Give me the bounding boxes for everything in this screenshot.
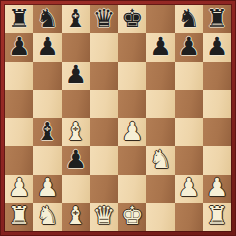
square-b5[interactable] [33,90,61,118]
square-b2[interactable]: ♟ [33,175,61,203]
chess-board-grid: ♜♞♝♛♚♞♜♟♟♟♟♟♟♝♝♟♟♞♟♟♟♟♜♞♝♛♚♜ [5,5,231,231]
white-bishop-c1[interactable]: ♝ [64,203,86,228]
square-e7[interactable] [118,33,146,61]
black-knight-g8[interactable]: ♞ [177,6,199,31]
white-pawn-b2[interactable]: ♟ [36,175,58,200]
square-a6[interactable] [5,62,33,90]
square-f3[interactable]: ♞ [146,146,174,174]
square-b3[interactable] [33,146,61,174]
square-a1[interactable]: ♜ [5,203,33,231]
square-g8[interactable]: ♞ [175,5,203,33]
square-d5[interactable] [90,90,118,118]
square-a7[interactable]: ♟ [5,33,33,61]
white-bishop-c4[interactable]: ♝ [64,119,86,144]
black-pawn-b7[interactable]: ♟ [36,34,58,59]
black-pawn-a7[interactable]: ♟ [8,34,30,59]
square-c5[interactable] [62,90,90,118]
black-pawn-g7[interactable]: ♟ [177,34,199,59]
square-g1[interactable] [175,203,203,231]
square-c8[interactable]: ♝ [62,5,90,33]
square-c7[interactable] [62,33,90,61]
square-d6[interactable] [90,62,118,90]
square-g2[interactable]: ♟ [175,175,203,203]
black-pawn-c3[interactable]: ♟ [64,147,86,172]
square-c3[interactable]: ♟ [62,146,90,174]
black-pawn-h7[interactable]: ♟ [206,34,228,59]
square-h3[interactable] [203,146,231,174]
square-a4[interactable] [5,118,33,146]
square-e2[interactable] [118,175,146,203]
square-d8[interactable]: ♛ [90,5,118,33]
square-c4[interactable]: ♝ [62,118,90,146]
square-g3[interactable] [175,146,203,174]
square-d3[interactable] [90,146,118,174]
square-g7[interactable]: ♟ [175,33,203,61]
square-h8[interactable]: ♜ [203,5,231,33]
white-pawn-h2[interactable]: ♟ [206,175,228,200]
chess-board-frame: ♜♞♝♛♚♞♜♟♟♟♟♟♟♝♝♟♟♞♟♟♟♟♜♞♝♛♚♜ [0,0,236,236]
white-queen-d1[interactable]: ♛ [93,203,115,228]
square-g5[interactable] [175,90,203,118]
square-f5[interactable] [146,90,174,118]
white-pawn-g2[interactable]: ♟ [177,175,199,200]
black-pawn-c6[interactable]: ♟ [64,62,86,87]
white-pawn-a2[interactable]: ♟ [8,175,30,200]
square-d4[interactable] [90,118,118,146]
square-a8[interactable]: ♜ [5,5,33,33]
square-d2[interactable] [90,175,118,203]
white-knight-f3[interactable]: ♞ [149,147,171,172]
square-f2[interactable] [146,175,174,203]
square-h2[interactable]: ♟ [203,175,231,203]
black-rook-h8[interactable]: ♜ [206,6,228,31]
square-f8[interactable] [146,5,174,33]
square-e8[interactable]: ♚ [118,5,146,33]
black-king-e8[interactable]: ♚ [121,6,143,31]
square-h1[interactable]: ♜ [203,203,231,231]
black-knight-b8[interactable]: ♞ [36,6,58,31]
square-g6[interactable] [175,62,203,90]
square-h5[interactable] [203,90,231,118]
square-b1[interactable]: ♞ [33,203,61,231]
square-e3[interactable] [118,146,146,174]
square-b4[interactable]: ♝ [33,118,61,146]
square-c1[interactable]: ♝ [62,203,90,231]
square-h7[interactable]: ♟ [203,33,231,61]
square-h4[interactable] [203,118,231,146]
square-f1[interactable] [146,203,174,231]
black-bishop-c8[interactable]: ♝ [64,6,86,31]
square-d1[interactable]: ♛ [90,203,118,231]
white-pawn-e4[interactable]: ♟ [121,119,143,144]
square-b7[interactable]: ♟ [33,33,61,61]
square-a5[interactable] [5,90,33,118]
square-f7[interactable]: ♟ [146,33,174,61]
square-d7[interactable] [90,33,118,61]
square-b8[interactable]: ♞ [33,5,61,33]
black-pawn-f7[interactable]: ♟ [149,34,171,59]
square-e4[interactable]: ♟ [118,118,146,146]
square-a2[interactable]: ♟ [5,175,33,203]
square-a3[interactable] [5,146,33,174]
white-rook-h1[interactable]: ♜ [206,203,228,228]
black-queen-d8[interactable]: ♛ [93,6,115,31]
square-f6[interactable] [146,62,174,90]
square-e5[interactable] [118,90,146,118]
square-c6[interactable]: ♟ [62,62,90,90]
square-e6[interactable] [118,62,146,90]
square-g4[interactable] [175,118,203,146]
square-c2[interactable] [62,175,90,203]
square-f4[interactable] [146,118,174,146]
square-e1[interactable]: ♚ [118,203,146,231]
white-king-e1[interactable]: ♚ [121,203,143,228]
black-rook-a8[interactable]: ♜ [8,6,30,31]
white-rook-a1[interactable]: ♜ [8,203,30,228]
square-h6[interactable] [203,62,231,90]
white-knight-b1[interactable]: ♞ [36,203,58,228]
square-b6[interactable] [33,62,61,90]
black-bishop-b4[interactable]: ♝ [36,119,58,144]
